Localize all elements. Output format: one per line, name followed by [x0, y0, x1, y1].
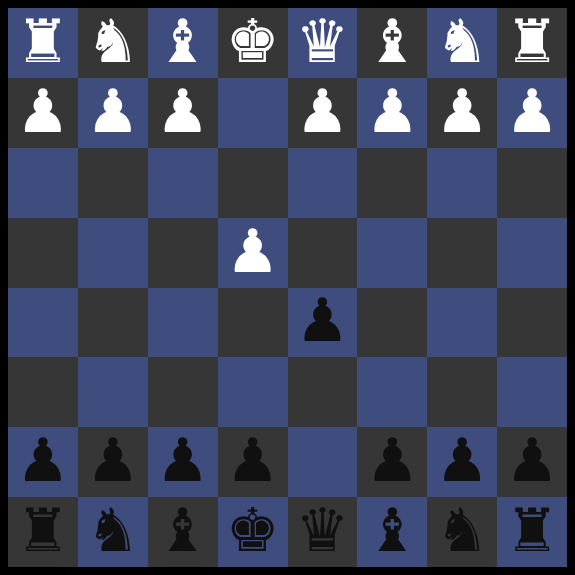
- white-pawn-g2[interactable]: ♟: [86, 78, 140, 146]
- black-queen-d8[interactable]: ♛: [296, 497, 350, 565]
- white-pawn-c2[interactable]: ♟: [365, 78, 419, 146]
- square-f3[interactable]: [148, 148, 218, 218]
- square-h5[interactable]: [8, 288, 78, 358]
- black-rook-a8[interactable]: ♜: [505, 497, 559, 565]
- black-rook-h8[interactable]: ♜: [16, 497, 70, 565]
- square-b2[interactable]: ♟: [427, 78, 497, 148]
- black-pawn-f7[interactable]: ♟: [156, 427, 210, 495]
- square-d4[interactable]: [288, 218, 358, 288]
- square-g2[interactable]: ♟: [78, 78, 148, 148]
- white-rook-a1[interactable]: ♜: [505, 8, 559, 76]
- white-pawn-a2[interactable]: ♟: [505, 78, 559, 146]
- square-f2[interactable]: ♟: [148, 78, 218, 148]
- square-d2[interactable]: ♟: [288, 78, 358, 148]
- square-f4[interactable]: [148, 218, 218, 288]
- square-c7[interactable]: ♟: [357, 427, 427, 497]
- square-a6[interactable]: [497, 357, 567, 427]
- black-pawn-a7[interactable]: ♟: [505, 427, 559, 495]
- white-king-e1[interactable]: ♚: [226, 8, 280, 76]
- square-f5[interactable]: [148, 288, 218, 358]
- square-g7[interactable]: ♟: [78, 427, 148, 497]
- square-e3[interactable]: [218, 148, 288, 218]
- square-h3[interactable]: [8, 148, 78, 218]
- square-h4[interactable]: [8, 218, 78, 288]
- board-frame: ♜♞♝♚♛♝♞♜♟♟♟♟♟♟♟♟♟♟♟♟♟♟♟♟♜♞♝♚♛♝♞♜: [0, 0, 575, 575]
- square-g8[interactable]: ♞: [78, 497, 148, 567]
- black-pawn-g7[interactable]: ♟: [86, 427, 140, 495]
- square-d5[interactable]: ♟: [288, 288, 358, 358]
- square-g1[interactable]: ♞: [78, 8, 148, 78]
- square-e8[interactable]: ♚: [218, 497, 288, 567]
- white-rook-h1[interactable]: ♜: [16, 8, 70, 76]
- square-h6[interactable]: [8, 357, 78, 427]
- square-c6[interactable]: [357, 357, 427, 427]
- square-f6[interactable]: [148, 357, 218, 427]
- white-bishop-f1[interactable]: ♝: [156, 8, 210, 76]
- square-g4[interactable]: [78, 218, 148, 288]
- black-knight-g8[interactable]: ♞: [86, 497, 140, 565]
- square-b3[interactable]: [427, 148, 497, 218]
- square-c4[interactable]: [357, 218, 427, 288]
- square-d8[interactable]: ♛: [288, 497, 358, 567]
- white-pawn-f2[interactable]: ♟: [156, 78, 210, 146]
- square-e4[interactable]: ♟: [218, 218, 288, 288]
- white-pawn-b2[interactable]: ♟: [435, 78, 489, 146]
- square-e7[interactable]: ♟: [218, 427, 288, 497]
- black-king-e8[interactable]: ♚: [226, 497, 280, 565]
- square-a8[interactable]: ♜: [497, 497, 567, 567]
- square-e6[interactable]: [218, 357, 288, 427]
- square-d7[interactable]: [288, 427, 358, 497]
- square-b5[interactable]: [427, 288, 497, 358]
- black-pawn-d5[interactable]: ♟: [296, 288, 350, 356]
- black-pawn-b7[interactable]: ♟: [435, 427, 489, 495]
- square-h2[interactable]: ♟: [8, 78, 78, 148]
- square-f7[interactable]: ♟: [148, 427, 218, 497]
- square-b7[interactable]: ♟: [427, 427, 497, 497]
- square-a2[interactable]: ♟: [497, 78, 567, 148]
- black-pawn-h7[interactable]: ♟: [16, 427, 70, 495]
- white-knight-g1[interactable]: ♞: [86, 8, 140, 76]
- black-pawn-c7[interactable]: ♟: [365, 427, 419, 495]
- white-pawn-h2[interactable]: ♟: [16, 78, 70, 146]
- white-pawn-d2[interactable]: ♟: [296, 78, 350, 146]
- square-c5[interactable]: [357, 288, 427, 358]
- square-b1[interactable]: ♞: [427, 8, 497, 78]
- square-d3[interactable]: [288, 148, 358, 218]
- square-c1[interactable]: ♝: [357, 8, 427, 78]
- white-bishop-c1[interactable]: ♝: [365, 8, 419, 76]
- square-c8[interactable]: ♝: [357, 497, 427, 567]
- black-bishop-f8[interactable]: ♝: [156, 497, 210, 565]
- square-g5[interactable]: [78, 288, 148, 358]
- square-h8[interactable]: ♜: [8, 497, 78, 567]
- square-b4[interactable]: [427, 218, 497, 288]
- white-queen-d1[interactable]: ♛: [296, 8, 350, 76]
- square-g3[interactable]: [78, 148, 148, 218]
- square-d1[interactable]: ♛: [288, 8, 358, 78]
- square-e5[interactable]: [218, 288, 288, 358]
- square-a7[interactable]: ♟: [497, 427, 567, 497]
- black-bishop-c8[interactable]: ♝: [365, 497, 419, 565]
- square-c3[interactable]: [357, 148, 427, 218]
- square-c2[interactable]: ♟: [357, 78, 427, 148]
- square-h7[interactable]: ♟: [8, 427, 78, 497]
- square-e2[interactable]: [218, 78, 288, 148]
- square-e1[interactable]: ♚: [218, 8, 288, 78]
- black-pawn-e7[interactable]: ♟: [226, 427, 280, 495]
- square-g6[interactable]: [78, 357, 148, 427]
- black-knight-b8[interactable]: ♞: [435, 497, 489, 565]
- square-a4[interactable]: [497, 218, 567, 288]
- square-h1[interactable]: ♜: [8, 8, 78, 78]
- white-knight-b1[interactable]: ♞: [435, 8, 489, 76]
- white-pawn-e4[interactable]: ♟: [226, 218, 280, 286]
- square-a3[interactable]: [497, 148, 567, 218]
- square-f8[interactable]: ♝: [148, 497, 218, 567]
- square-b8[interactable]: ♞: [427, 497, 497, 567]
- chess-board: ♜♞♝♚♛♝♞♜♟♟♟♟♟♟♟♟♟♟♟♟♟♟♟♟♜♞♝♚♛♝♞♜: [8, 8, 567, 567]
- square-d6[interactable]: [288, 357, 358, 427]
- square-a1[interactable]: ♜: [497, 8, 567, 78]
- square-a5[interactable]: [497, 288, 567, 358]
- square-b6[interactable]: [427, 357, 497, 427]
- square-f1[interactable]: ♝: [148, 8, 218, 78]
